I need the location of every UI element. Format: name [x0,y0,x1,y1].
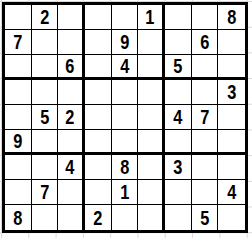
given-digit: 9 [120,31,129,53]
cell-r3c8[interactable] [192,55,219,80]
cell-r8c1[interactable] [5,180,32,205]
cell-r6c1[interactable]: 9 [5,130,32,155]
sudoku-board: 218796645352479483714825 [2,2,248,233]
cell-r5c5[interactable] [112,105,139,130]
cell-r2c5[interactable]: 9 [112,30,139,55]
cell-r1c1[interactable] [5,5,32,30]
cell-r2c6[interactable] [138,30,165,55]
given-digit: 5 [173,55,182,77]
cell-r4c8[interactable] [192,80,219,105]
given-digit: 6 [200,31,209,53]
cell-r8c4[interactable] [85,180,112,205]
cell-r3c2[interactable] [32,55,59,80]
cell-r6c4[interactable] [85,130,112,155]
cell-r2c4[interactable] [85,30,112,55]
cell-r3c6[interactable] [138,55,165,80]
cell-r6c6[interactable] [138,130,165,155]
cell-r9c6[interactable] [138,205,165,230]
cell-r7c7[interactable]: 3 [165,155,192,180]
cell-r6c5[interactable] [112,130,139,155]
given-digit: 2 [93,207,102,229]
cell-r6c7[interactable] [165,130,192,155]
cell-r2c7[interactable] [165,30,192,55]
given-digit: 1 [146,6,155,28]
cell-r7c9[interactable] [218,155,245,180]
cell-r6c8[interactable] [192,130,219,155]
given-digit: 8 [120,156,129,178]
cell-r6c9[interactable] [218,130,245,155]
given-digit: 8 [227,6,236,28]
cell-r4c3[interactable] [58,80,85,105]
cell-r4c9[interactable]: 3 [218,80,245,105]
cell-r3c3[interactable]: 6 [58,55,85,80]
cell-r9c5[interactable] [112,205,139,230]
cell-r5c2[interactable]: 5 [32,105,59,130]
cell-r2c8[interactable]: 6 [192,30,219,55]
cell-r9c1[interactable]: 8 [5,205,32,230]
cell-r9c3[interactable] [58,205,85,230]
cell-r3c5[interactable]: 4 [112,55,139,80]
cell-r4c7[interactable] [165,80,192,105]
cell-r3c7[interactable]: 5 [165,55,192,80]
cell-r3c1[interactable] [5,55,32,80]
cell-r4c2[interactable] [32,80,59,105]
cell-r5c9[interactable] [218,105,245,130]
cell-r3c9[interactable] [218,55,245,80]
cell-r1c9[interactable]: 8 [218,5,245,30]
given-digit: 6 [66,55,75,77]
cell-r8c2[interactable]: 7 [32,180,59,205]
cell-r5c6[interactable] [138,105,165,130]
given-digit: 2 [66,106,75,128]
cell-r4c6[interactable] [138,80,165,105]
cell-r2c9[interactable] [218,30,245,55]
given-digit: 7 [200,106,209,128]
given-digit: 4 [120,55,129,77]
cell-r6c2[interactable] [32,130,59,155]
cell-r8c3[interactable] [58,180,85,205]
cell-r4c4[interactable] [85,80,112,105]
cell-r7c4[interactable] [85,155,112,180]
spreadsheet-background: 218796645352479483714825 [0,0,252,238]
given-digit: 4 [227,181,236,203]
cell-r7c8[interactable] [192,155,219,180]
given-digit: 9 [13,130,22,152]
cell-r4c1[interactable] [5,80,32,105]
cell-r8c5[interactable]: 1 [112,180,139,205]
cell-r1c7[interactable] [165,5,192,30]
cell-r3c4[interactable] [85,55,112,80]
cell-r1c6[interactable]: 1 [138,5,165,30]
cell-r1c4[interactable] [85,5,112,30]
given-digit: 7 [13,31,22,53]
cell-r5c4[interactable] [85,105,112,130]
cell-r4c5[interactable] [112,80,139,105]
cell-r1c5[interactable] [112,5,139,30]
cell-r5c8[interactable]: 7 [192,105,219,130]
given-digit: 2 [40,6,49,28]
cell-r9c8[interactable]: 5 [192,205,219,230]
cell-r6c3[interactable] [58,130,85,155]
given-digit: 5 [200,207,209,229]
cell-r7c5[interactable]: 8 [112,155,139,180]
cell-r1c8[interactable] [192,5,219,30]
given-digit: 3 [227,81,236,103]
cell-r8c6[interactable] [138,180,165,205]
cell-r8c7[interactable] [165,180,192,205]
cell-r7c2[interactable] [32,155,59,180]
cell-r9c9[interactable] [218,205,245,230]
cell-r9c2[interactable] [32,205,59,230]
cell-r1c2[interactable]: 2 [32,5,59,30]
cell-r5c1[interactable] [5,105,32,130]
cell-r9c7[interactable] [165,205,192,230]
cell-r8c8[interactable] [192,180,219,205]
cell-r8c9[interactable]: 4 [218,180,245,205]
cell-r5c3[interactable]: 2 [58,105,85,130]
cell-r7c6[interactable] [138,155,165,180]
cell-r9c4[interactable]: 2 [85,205,112,230]
cell-r5c7[interactable]: 4 [165,105,192,130]
given-digit: 1 [120,181,129,203]
cell-r7c3[interactable]: 4 [58,155,85,180]
given-digit: 3 [173,156,182,178]
given-digit: 5 [40,106,49,128]
cell-r2c2[interactable] [32,30,59,55]
cell-r1c3[interactable] [58,5,85,30]
given-digit: 4 [173,106,182,128]
cell-r2c1[interactable]: 7 [5,30,32,55]
given-digit: 7 [40,181,49,203]
given-digit: 8 [13,207,22,229]
cell-r2c3[interactable] [58,30,85,55]
given-digit: 4 [66,156,75,178]
cell-r7c1[interactable] [5,155,32,180]
